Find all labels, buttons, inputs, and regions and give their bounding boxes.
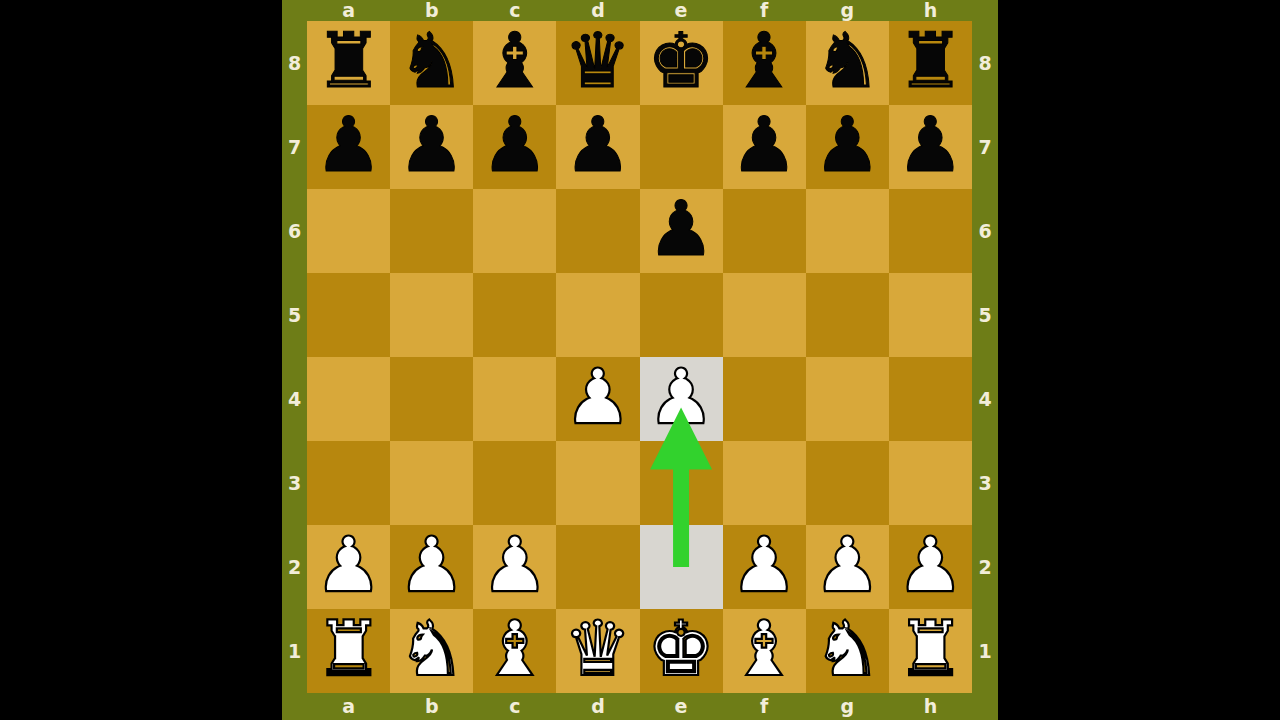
square-f8[interactable]: ♝ (723, 21, 806, 105)
square-b8[interactable]: ♞ (390, 21, 473, 105)
piece-white-queen[interactable]: ♛ (564, 611, 632, 687)
piece-white-pawn[interactable]: ♟ (730, 527, 798, 603)
square-g3[interactable] (806, 441, 889, 525)
rank-label-7: 7 (972, 105, 998, 189)
piece-white-rook[interactable]: ♜ (896, 611, 964, 687)
square-c6[interactable] (473, 189, 556, 273)
square-e7[interactable] (640, 105, 723, 189)
piece-black-pawn[interactable]: ♟ (647, 191, 715, 267)
chess-app-stage: abcdefgh abcdefgh 87654321 87654321 ♜♞♝♛… (0, 0, 1280, 720)
rank-label-2: 2 (972, 525, 998, 609)
rank-labels-right: 87654321 (972, 21, 998, 693)
square-f7[interactable]: ♟ (723, 105, 806, 189)
chess-board: abcdefgh abcdefgh 87654321 87654321 ♜♞♝♛… (282, 0, 998, 720)
square-a5[interactable] (307, 273, 390, 357)
square-g7[interactable]: ♟ (806, 105, 889, 189)
square-e8[interactable]: ♚ (640, 21, 723, 105)
piece-black-pawn[interactable]: ♟ (813, 107, 881, 183)
piece-white-king[interactable]: ♚ (647, 611, 715, 687)
piece-black-rook[interactable]: ♜ (896, 23, 964, 99)
square-d5[interactable] (556, 273, 639, 357)
file-label-e: e (640, 693, 723, 720)
piece-white-rook[interactable]: ♜ (314, 611, 382, 687)
rank-label-3: 3 (972, 441, 998, 525)
square-f2[interactable]: ♟ (723, 525, 806, 609)
file-label-g: g (806, 693, 889, 720)
file-label-f: f (723, 693, 806, 720)
square-g6[interactable] (806, 189, 889, 273)
rank-labels-left: 87654321 (282, 21, 307, 693)
rank-label-8: 8 (282, 21, 307, 105)
rank-label-3: 3 (282, 441, 307, 525)
square-d7[interactable]: ♟ (556, 105, 639, 189)
piece-white-pawn[interactable]: ♟ (813, 527, 881, 603)
square-a7[interactable]: ♟ (307, 105, 390, 189)
square-f6[interactable] (723, 189, 806, 273)
file-label-h: h (889, 693, 972, 720)
square-h5[interactable] (889, 273, 972, 357)
file-label-b: b (390, 693, 473, 720)
square-h3[interactable] (889, 441, 972, 525)
rank-label-5: 5 (282, 273, 307, 357)
square-f3[interactable] (723, 441, 806, 525)
file-labels-bottom: abcdefgh (307, 693, 972, 720)
piece-white-knight[interactable]: ♞ (398, 611, 466, 687)
square-g2[interactable]: ♟ (806, 525, 889, 609)
square-e5[interactable] (640, 273, 723, 357)
rank-label-4: 4 (972, 357, 998, 441)
rank-label-6: 6 (972, 189, 998, 273)
square-g8[interactable]: ♞ (806, 21, 889, 105)
square-b1[interactable]: ♞ (390, 609, 473, 693)
rank-label-5: 5 (972, 273, 998, 357)
square-e4[interactable]: ♟ (640, 357, 723, 441)
square-a4[interactable] (307, 357, 390, 441)
square-f1[interactable]: ♝ (723, 609, 806, 693)
piece-black-queen[interactable]: ♛ (564, 23, 632, 99)
rank-label-4: 4 (282, 357, 307, 441)
square-d6[interactable] (556, 189, 639, 273)
square-h8[interactable]: ♜ (889, 21, 972, 105)
square-h7[interactable]: ♟ (889, 105, 972, 189)
square-h6[interactable] (889, 189, 972, 273)
file-label-a: a (307, 693, 390, 720)
square-e1[interactable]: ♚ (640, 609, 723, 693)
square-g5[interactable] (806, 273, 889, 357)
square-h1[interactable]: ♜ (889, 609, 972, 693)
piece-black-king[interactable]: ♚ (647, 23, 715, 99)
piece-white-pawn[interactable]: ♟ (481, 527, 549, 603)
rank-label-7: 7 (282, 105, 307, 189)
rank-label-2: 2 (282, 525, 307, 609)
square-f4[interactable] (723, 357, 806, 441)
file-label-d: d (556, 693, 639, 720)
square-b2[interactable]: ♟ (390, 525, 473, 609)
square-h4[interactable] (889, 357, 972, 441)
square-a6[interactable] (307, 189, 390, 273)
square-b3[interactable] (390, 441, 473, 525)
square-a2[interactable]: ♟ (307, 525, 390, 609)
file-label-c: c (473, 693, 556, 720)
square-c2[interactable]: ♟ (473, 525, 556, 609)
piece-white-bishop[interactable]: ♝ (730, 611, 798, 687)
piece-white-pawn[interactable]: ♟ (398, 527, 466, 603)
piece-white-pawn[interactable]: ♟ (896, 527, 964, 603)
square-c1[interactable]: ♝ (473, 609, 556, 693)
square-c7[interactable]: ♟ (473, 105, 556, 189)
square-b6[interactable] (390, 189, 473, 273)
piece-white-bishop[interactable]: ♝ (481, 611, 549, 687)
square-c3[interactable] (473, 441, 556, 525)
piece-black-pawn[interactable]: ♟ (564, 107, 632, 183)
square-d4[interactable]: ♟ (556, 357, 639, 441)
piece-white-pawn[interactable]: ♟ (647, 359, 715, 435)
square-d2[interactable] (556, 525, 639, 609)
square-b7[interactable]: ♟ (390, 105, 473, 189)
square-b4[interactable] (390, 357, 473, 441)
piece-black-pawn[interactable]: ♟ (481, 107, 549, 183)
piece-black-bishop[interactable]: ♝ (730, 23, 798, 99)
piece-white-pawn[interactable]: ♟ (314, 527, 382, 603)
square-a8[interactable]: ♜ (307, 21, 390, 105)
piece-black-knight[interactable]: ♞ (813, 23, 881, 99)
square-a1[interactable]: ♜ (307, 609, 390, 693)
piece-black-pawn[interactable]: ♟ (896, 107, 964, 183)
piece-white-knight[interactable]: ♞ (813, 611, 881, 687)
square-d8[interactable]: ♛ (556, 21, 639, 105)
square-g4[interactable] (806, 357, 889, 441)
rank-label-6: 6 (282, 189, 307, 273)
square-c8[interactable]: ♝ (473, 21, 556, 105)
square-a3[interactable] (307, 441, 390, 525)
rank-label-1: 1 (972, 609, 998, 693)
square-g1[interactable]: ♞ (806, 609, 889, 693)
board-grid: ♜♞♝♛♚♝♞♜♟♟♟♟♟♟♟♟♟♟♟♟♟♟♟♟♜♞♝♛♚♝♞♜ (307, 21, 972, 693)
piece-black-rook[interactable]: ♜ (314, 23, 382, 99)
square-e2[interactable] (640, 525, 723, 609)
square-b5[interactable] (390, 273, 473, 357)
piece-white-pawn[interactable]: ♟ (564, 359, 632, 435)
piece-black-pawn[interactable]: ♟ (314, 107, 382, 183)
square-h2[interactable]: ♟ (889, 525, 972, 609)
square-d3[interactable] (556, 441, 639, 525)
piece-black-bishop[interactable]: ♝ (481, 23, 549, 99)
rank-label-8: 8 (972, 21, 998, 105)
square-f5[interactable] (723, 273, 806, 357)
square-e6[interactable]: ♟ (640, 189, 723, 273)
piece-black-knight[interactable]: ♞ (398, 23, 466, 99)
piece-black-pawn[interactable]: ♟ (730, 107, 798, 183)
square-e3[interactable] (640, 441, 723, 525)
square-d1[interactable]: ♛ (556, 609, 639, 693)
square-c5[interactable] (473, 273, 556, 357)
rank-label-1: 1 (282, 609, 307, 693)
piece-black-pawn[interactable]: ♟ (398, 107, 466, 183)
board-grid-area: ♜♞♝♛♚♝♞♜♟♟♟♟♟♟♟♟♟♟♟♟♟♟♟♟♜♞♝♛♚♝♞♜ (307, 21, 972, 693)
square-c4[interactable] (473, 357, 556, 441)
